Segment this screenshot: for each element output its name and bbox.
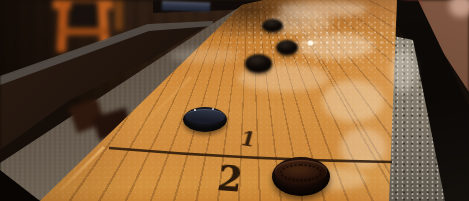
puck-far-3[interactable] [245,54,272,73]
puck-far-2[interactable] [276,40,298,55]
shuffleboard-photo: 1 2 [0,0,469,201]
puck-far-1[interactable] [262,19,283,32]
pucks-layer [0,0,469,201]
puck-maroon-cap[interactable] [272,157,330,196]
puck-navy-cap[interactable] [183,107,227,132]
